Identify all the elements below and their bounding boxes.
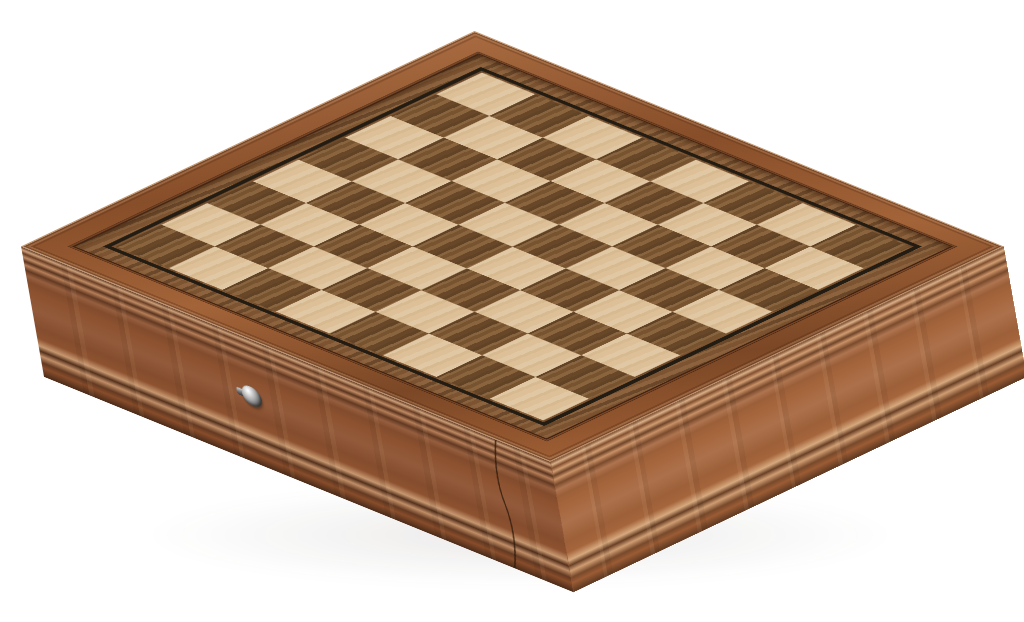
scene <box>0 0 1024 622</box>
drawer-knob[interactable] <box>240 382 263 410</box>
drawer-seam <box>486 436 524 573</box>
product-photo-stage <box>0 0 1024 622</box>
chess-case <box>21 31 1004 462</box>
drawer-knob-ball <box>240 382 263 410</box>
